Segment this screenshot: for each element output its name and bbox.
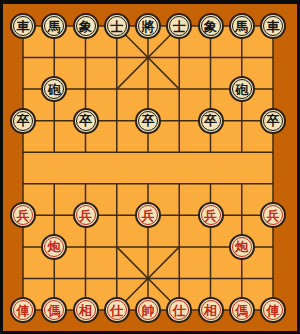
piece-red-general[interactable]: 帥 [135, 297, 161, 323]
piece-ring: 士 [169, 16, 189, 36]
piece-character: 士 [110, 20, 123, 33]
piece-character: 炮 [235, 240, 248, 253]
piece-character: 象 [204, 20, 217, 33]
piece-ring: 仕 [107, 300, 127, 320]
piece-black-general[interactable]: 將 [135, 13, 161, 39]
piece-character: 兵 [79, 209, 92, 222]
piece-red-advisor[interactable]: 仕 [166, 297, 192, 323]
piece-black-soldier[interactable]: 卒 [198, 108, 224, 134]
piece-character: 卒 [17, 114, 30, 127]
piece-black-advisor[interactable]: 士 [104, 13, 130, 39]
piece-ring: 將 [138, 16, 158, 36]
piece-ring: 兵 [138, 205, 158, 225]
piece-ring: 傌 [232, 300, 252, 320]
piece-character: 卒 [267, 114, 280, 127]
piece-red-horse[interactable]: 傌 [41, 297, 67, 323]
piece-character: 俥 [17, 304, 30, 317]
piece-ring: 相 [201, 300, 221, 320]
piece-red-soldier[interactable]: 兵 [10, 202, 36, 228]
piece-black-horse[interactable]: 馬 [41, 13, 67, 39]
piece-black-cannon[interactable]: 砲 [41, 76, 67, 102]
piece-ring: 卒 [263, 111, 283, 131]
piece-character: 車 [17, 20, 30, 33]
piece-red-cannon[interactable]: 炮 [229, 234, 255, 260]
piece-character: 仕 [110, 304, 123, 317]
piece-ring: 兵 [76, 205, 96, 225]
piece-red-advisor[interactable]: 仕 [104, 297, 130, 323]
piece-red-soldier[interactable]: 兵 [73, 202, 99, 228]
piece-character: 炮 [48, 240, 61, 253]
piece-red-cannon[interactable]: 炮 [41, 234, 67, 260]
piece-ring: 卒 [138, 111, 158, 131]
piece-ring: 兵 [263, 205, 283, 225]
piece-black-soldier[interactable]: 卒 [73, 108, 99, 134]
piece-red-elephant[interactable]: 相 [73, 297, 99, 323]
piece-character: 馬 [235, 20, 248, 33]
piece-character: 傌 [235, 304, 248, 317]
xiangqi-board: 車馬象士將士象馬車砲砲卒卒卒卒卒兵兵兵兵兵炮炮俥傌相仕帥仕相傌俥 [0, 0, 300, 334]
piece-black-elephant[interactable]: 象 [73, 13, 99, 39]
piece-character: 兵 [17, 209, 30, 222]
piece-ring: 相 [76, 300, 96, 320]
piece-ring: 車 [263, 16, 283, 36]
piece-character: 帥 [142, 304, 155, 317]
piece-ring: 帥 [138, 300, 158, 320]
piece-character: 兵 [204, 209, 217, 222]
piece-ring: 俥 [13, 300, 33, 320]
piece-ring: 炮 [44, 237, 64, 257]
piece-black-chariot[interactable]: 車 [260, 13, 286, 39]
piece-red-soldier[interactable]: 兵 [198, 202, 224, 228]
piece-ring: 兵 [13, 205, 33, 225]
piece-black-elephant[interactable]: 象 [198, 13, 224, 39]
piece-character: 砲 [48, 83, 61, 96]
piece-character: 士 [173, 20, 186, 33]
piece-black-chariot[interactable]: 車 [10, 13, 36, 39]
piece-ring: 兵 [201, 205, 221, 225]
piece-red-horse[interactable]: 傌 [229, 297, 255, 323]
piece-ring: 象 [76, 16, 96, 36]
piece-ring: 俥 [263, 300, 283, 320]
piece-ring: 炮 [232, 237, 252, 257]
piece-character: 象 [79, 20, 92, 33]
board-grid[interactable] [0, 0, 300, 334]
piece-character: 兵 [267, 209, 280, 222]
piece-character: 砲 [235, 83, 248, 96]
piece-red-soldier[interactable]: 兵 [135, 202, 161, 228]
piece-ring: 車 [13, 16, 33, 36]
piece-black-soldier[interactable]: 卒 [10, 108, 36, 134]
piece-ring: 卒 [13, 111, 33, 131]
piece-character: 馬 [48, 20, 61, 33]
piece-ring: 砲 [44, 79, 64, 99]
piece-character: 相 [204, 304, 217, 317]
piece-red-elephant[interactable]: 相 [198, 297, 224, 323]
piece-ring: 砲 [232, 79, 252, 99]
piece-black-horse[interactable]: 馬 [229, 13, 255, 39]
piece-black-cannon[interactable]: 砲 [229, 76, 255, 102]
piece-character: 車 [267, 20, 280, 33]
piece-black-soldier[interactable]: 卒 [260, 108, 286, 134]
piece-character: 傌 [48, 304, 61, 317]
piece-ring: 馬 [232, 16, 252, 36]
piece-black-advisor[interactable]: 士 [166, 13, 192, 39]
piece-character: 相 [79, 304, 92, 317]
piece-ring: 士 [107, 16, 127, 36]
piece-character: 卒 [204, 114, 217, 127]
piece-character: 俥 [267, 304, 280, 317]
piece-character: 將 [142, 20, 155, 33]
piece-ring: 馬 [44, 16, 64, 36]
piece-red-soldier[interactable]: 兵 [260, 202, 286, 228]
piece-red-chariot[interactable]: 俥 [260, 297, 286, 323]
piece-ring: 仕 [169, 300, 189, 320]
piece-character: 卒 [142, 114, 155, 127]
piece-ring: 象 [201, 16, 221, 36]
piece-black-soldier[interactable]: 卒 [135, 108, 161, 134]
piece-ring: 傌 [44, 300, 64, 320]
piece-character: 卒 [79, 114, 92, 127]
piece-red-chariot[interactable]: 俥 [10, 297, 36, 323]
piece-ring: 卒 [76, 111, 96, 131]
piece-character: 仕 [173, 304, 186, 317]
piece-character: 兵 [142, 209, 155, 222]
piece-ring: 卒 [201, 111, 221, 131]
